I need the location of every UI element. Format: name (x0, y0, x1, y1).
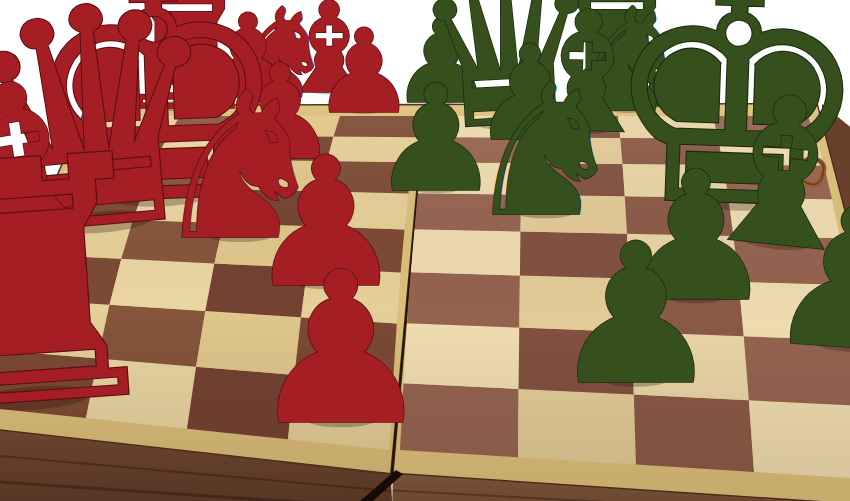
pawn-glyph: ♟ (549, 202, 723, 428)
piece-red-rook-a2[interactable]: ♜ (0, 81, 189, 489)
pawn-glyph: ♟ (247, 227, 435, 472)
square-h1[interactable] (749, 400, 850, 479)
piece-green-pawn-h2[interactable]: ♟ (758, 161, 850, 399)
chessboard-photo: ♝♞♟♟♜♜♞♟♛♝♟♟♟♚♚♞♛♝♞♝♟♟♟♟♜♟ (0, 0, 850, 501)
board-scene: ♝♞♟♟♜♜♞♟♛♝♟♟♟♚♚♞♛♝♞♝♟♟♟♟♜♟ (0, 0, 850, 501)
piece-red-pawn-d1[interactable]: ♟ (247, 227, 435, 472)
rook-glyph: ♜ (0, 81, 189, 489)
pawn-glyph: ♟ (758, 161, 850, 399)
piece-green-pawn-g2[interactable]: ♟ (549, 202, 723, 428)
